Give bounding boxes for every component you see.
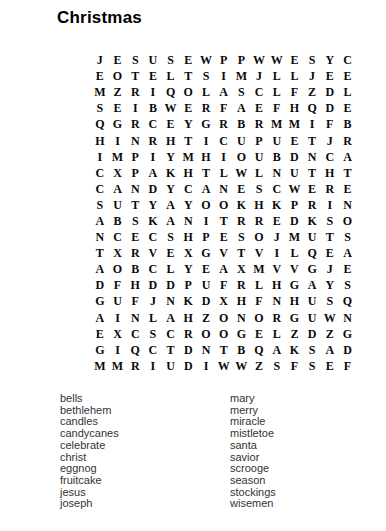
grid-cell-r7c4: I — [144, 149, 162, 165]
grid-cell-r10c3: T — [126, 197, 144, 213]
grid-cell-r10c7: O — [197, 197, 215, 213]
grid-cell-r13c12: L — [286, 245, 304, 261]
grid-cell-r6c11: U — [268, 132, 286, 148]
grid-cell-r12c5: S — [162, 229, 180, 245]
grid-cell-r18c11: L — [268, 326, 286, 342]
grid-cell-r4c13: Q — [303, 100, 321, 116]
grid-cell-r16c12: H — [286, 293, 304, 309]
grid-cell-r13c2: X — [109, 245, 127, 261]
grid-cell-r8c9: W — [233, 165, 251, 181]
grid-cell-r4c10: E — [250, 100, 268, 116]
grid-cell-r11c5: A — [162, 213, 180, 229]
grid-cell-r17c6: H — [179, 310, 197, 326]
grid-cell-r9c4: D — [144, 181, 162, 197]
grid-cell-r9c7: A — [197, 181, 215, 197]
grid-cell-r11c1: A — [91, 213, 109, 229]
grid-cell-r19c8: T — [215, 342, 233, 358]
grid-cell-r17c8: O — [215, 310, 233, 326]
grid-cell-r14c9: X — [233, 261, 251, 277]
grid-cell-r7c9: O — [233, 149, 251, 165]
grid-cell-r4c1: S — [91, 100, 109, 116]
grid-cell-r14c7: E — [197, 261, 215, 277]
grid-cell-r19c15: D — [339, 342, 357, 358]
grid-cell-r18c7: O — [197, 326, 215, 342]
grid-cell-r14c15: E — [339, 261, 357, 277]
grid-cell-r3c7: L — [197, 84, 215, 100]
grid-cell-r19c5: T — [162, 342, 180, 358]
grid-cell-r2c11: L — [268, 68, 286, 84]
grid-cell-r4c11: F — [268, 100, 286, 116]
grid-cell-r8c3: P — [126, 165, 144, 181]
grid-cell-r7c8: I — [215, 149, 233, 165]
grid-cell-r14c2: O — [109, 261, 127, 277]
grid-cell-r7c5: Y — [162, 149, 180, 165]
grid-cell-r15c1: D — [91, 277, 109, 293]
grid-cell-r11c14: S — [321, 213, 339, 229]
grid-cell-r9c13: E — [303, 181, 321, 197]
grid-cell-r9c5: Y — [162, 181, 180, 197]
grid-cell-r1c12: E — [286, 52, 304, 68]
grid-cell-r1c11: W — [268, 52, 286, 68]
grid-cell-r6c15: R — [339, 132, 357, 148]
grid-cell-r20c9: W — [233, 358, 251, 374]
grid-cell-r2c9: M — [233, 68, 251, 84]
grid-cell-r19c13: S — [303, 342, 321, 358]
grid-cell-r6c9: U — [233, 132, 251, 148]
grid-cell-r12c3: E — [126, 229, 144, 245]
grid-cell-r17c7: Z — [197, 310, 215, 326]
grid-cell-r11c11: E — [268, 213, 286, 229]
grid-cell-r7c7: H — [197, 149, 215, 165]
grid-cell-r6c1: H — [91, 132, 109, 148]
grid-cell-r11c13: K — [303, 213, 321, 229]
grid-cell-r12c7: P — [197, 229, 215, 245]
grid-cell-r6c6: T — [179, 132, 197, 148]
grid-cell-r17c1: A — [91, 310, 109, 326]
grid-cell-r13c10: V — [250, 245, 268, 261]
grid-cell-r2c1: E — [91, 68, 109, 84]
grid-cell-r20c6: D — [179, 358, 197, 374]
grid-cell-r3c15: L — [339, 84, 357, 100]
grid-cell-r16c1: G — [91, 293, 109, 309]
grid-cell-r3c3: R — [126, 84, 144, 100]
grid-cell-r2c3: T — [126, 68, 144, 84]
grid-cell-r6c7: I — [197, 132, 215, 148]
grid-cell-r12c1: N — [91, 229, 109, 245]
grid-cell-r1c2: E — [109, 52, 127, 68]
grid-cell-r5c14: F — [321, 116, 339, 132]
grid-cell-r7c10: U — [250, 149, 268, 165]
grid-cell-r9c12: W — [286, 181, 304, 197]
grid-cell-r12c12: M — [286, 229, 304, 245]
grid-cell-r5c5: E — [162, 116, 180, 132]
grid-cell-r2c10: J — [250, 68, 268, 84]
word-item-bells: bells — [60, 393, 119, 405]
grid-cell-r6c8: C — [215, 132, 233, 148]
grid-cell-r5c9: B — [233, 116, 251, 132]
grid-cell-r7c1: I — [91, 149, 109, 165]
grid-cell-r7c11: B — [268, 149, 286, 165]
grid-cell-r13c14: E — [321, 245, 339, 261]
grid-cell-r11c12: D — [286, 213, 304, 229]
grid-cell-r8c12: U — [286, 165, 304, 181]
grid-cell-r10c15: N — [339, 197, 357, 213]
grid-cell-r10c12: P — [286, 197, 304, 213]
grid-cell-r2c8: I — [215, 68, 233, 84]
grid-cell-r7c2: M — [109, 149, 127, 165]
grid-cell-r16c10: F — [250, 293, 268, 309]
grid-cell-r4c5: W — [162, 100, 180, 116]
grid-cell-r19c1: G — [91, 342, 109, 358]
grid-cell-r5c1: Q — [91, 116, 109, 132]
grid-cell-r18c5: C — [162, 326, 180, 342]
grid-cell-r11c15: O — [339, 213, 357, 229]
grid-cell-r6c3: N — [126, 132, 144, 148]
grid-cell-r16c13: U — [303, 293, 321, 309]
grid-cell-r9c3: N — [126, 181, 144, 197]
word-item-wisemen: wisemen — [230, 498, 276, 510]
grid-cell-r6c10: P — [250, 132, 268, 148]
grid-cell-r15c14: Y — [321, 277, 339, 293]
grid-cell-r2c15: E — [339, 68, 357, 84]
grid-cell-r20c3: R — [126, 358, 144, 374]
grid-cell-r15c11: H — [268, 277, 286, 293]
grid-cell-r15c2: F — [109, 277, 127, 293]
grid-cell-r12c14: T — [321, 229, 339, 245]
grid-cell-r20c5: U — [162, 358, 180, 374]
grid-cell-r2c13: J — [303, 68, 321, 84]
grid-cell-r14c1: A — [91, 261, 109, 277]
grid-cell-r1c8: P — [215, 52, 233, 68]
grid-cell-r11c7: I — [197, 213, 215, 229]
grid-cell-r9c9: E — [233, 181, 251, 197]
grid-cell-r13c13: Q — [303, 245, 321, 261]
grid-cell-r4c3: I — [126, 100, 144, 116]
grid-cell-r20c8: W — [215, 358, 233, 374]
grid-cell-r17c14: W — [321, 310, 339, 326]
grid-cell-r8c10: L — [250, 165, 268, 181]
grid-cell-r3c8: A — [215, 84, 233, 100]
grid-cell-r3c13: Z — [303, 84, 321, 100]
word-item-santa: santa — [230, 440, 276, 452]
grid-cell-r10c9: K — [233, 197, 251, 213]
grid-cell-r8c7: T — [197, 165, 215, 181]
grid-cell-r15c9: R — [233, 277, 251, 293]
grid-cell-r20c14: E — [321, 358, 339, 374]
word-item-mary: mary — [230, 393, 276, 405]
grid-cell-r5c6: Y — [179, 116, 197, 132]
grid-cell-r17c5: A — [162, 310, 180, 326]
grid-cell-r1c6: E — [179, 52, 197, 68]
grid-cell-r8c8: L — [215, 165, 233, 181]
grid-cell-r14c14: J — [321, 261, 339, 277]
grid-cell-r19c14: A — [321, 342, 339, 358]
grid-cell-r16c4: J — [144, 293, 162, 309]
grid-cell-r3c1: M — [91, 84, 109, 100]
grid-cell-r10c13: R — [303, 197, 321, 213]
word-item-joseph: joseph — [60, 498, 119, 510]
grid-cell-r7c12: D — [286, 149, 304, 165]
grid-cell-r18c8: O — [215, 326, 233, 342]
grid-cell-r16c9: H — [233, 293, 251, 309]
grid-cell-r20c10: Z — [250, 358, 268, 374]
grid-cell-r20c7: I — [197, 358, 215, 374]
grid-cell-r15c5: D — [162, 277, 180, 293]
grid-cell-r3c6: O — [179, 84, 197, 100]
puzzle-title: Christmas — [57, 8, 142, 28]
grid-cell-r8c13: T — [303, 165, 321, 181]
grid-cell-r14c4: C — [144, 261, 162, 277]
grid-cell-r13c4: V — [144, 245, 162, 261]
word-item-celebrate: celebrate — [60, 440, 119, 452]
grid-cell-r14c13: G — [303, 261, 321, 277]
grid-cell-r18c6: R — [179, 326, 197, 342]
grid-cell-r11c8: T — [215, 213, 233, 229]
grid-cell-r15c3: H — [126, 277, 144, 293]
grid-cell-r15c10: L — [250, 277, 268, 293]
grid-cell-r16c5: N — [162, 293, 180, 309]
grid-cell-r2c5: L — [162, 68, 180, 84]
grid-cell-r12c8: E — [215, 229, 233, 245]
grid-cell-r2c7: S — [197, 68, 215, 84]
grid-cell-r15c4: D — [144, 277, 162, 293]
grid-cell-r13c15: A — [339, 245, 357, 261]
grid-cell-r2c2: O — [109, 68, 127, 84]
grid-cell-r19c11: A — [268, 342, 286, 358]
grid-cell-r16c7: D — [197, 293, 215, 309]
grid-cell-r2c14: E — [321, 68, 339, 84]
grid-cell-r10c6: Y — [179, 197, 197, 213]
grid-cell-r20c11: S — [268, 358, 286, 374]
grid-cell-r2c4: E — [144, 68, 162, 84]
grid-cell-r20c1: M — [91, 358, 109, 374]
grid-cell-r16c8: X — [215, 293, 233, 309]
grid-cell-r5c3: R — [126, 116, 144, 132]
grid-cell-r17c3: N — [126, 310, 144, 326]
grid-cell-r12c11: J — [268, 229, 286, 245]
grid-cell-r20c15: F — [339, 358, 357, 374]
grid-cell-r11c3: S — [126, 213, 144, 229]
grid-cell-r13c3: R — [126, 245, 144, 261]
grid-cell-r17c10: O — [250, 310, 268, 326]
grid-cell-r4c14: D — [321, 100, 339, 116]
word-list-left: bellsbethlehemcandlescandycanescelebrate… — [60, 393, 119, 510]
grid-cell-r18c4: S — [144, 326, 162, 342]
grid-cell-r9c15: E — [339, 181, 357, 197]
grid-cell-r18c13: D — [303, 326, 321, 342]
grid-cell-r4c6: E — [179, 100, 197, 116]
grid-cell-r5c15: B — [339, 116, 357, 132]
grid-cell-r14c10: M — [250, 261, 268, 277]
grid-cell-r17c13: U — [303, 310, 321, 326]
grid-cell-r19c12: K — [286, 342, 304, 358]
grid-cell-r10c1: S — [91, 197, 109, 213]
word-item-fruitcake: fruitcake — [60, 475, 119, 487]
grid-cell-r3c4: I — [144, 84, 162, 100]
grid-cell-r3c5: Q — [162, 84, 180, 100]
grid-cell-r8c14: H — [321, 165, 339, 181]
grid-cell-r9c11: C — [268, 181, 286, 197]
grid-cell-r19c3: Q — [126, 342, 144, 358]
grid-cell-r6c4: R — [144, 132, 162, 148]
grid-cell-r4c15: E — [339, 100, 357, 116]
grid-cell-r18c12: Z — [286, 326, 304, 342]
grid-cell-r1c4: U — [144, 52, 162, 68]
grid-cell-r3c10: C — [250, 84, 268, 100]
grid-cell-r5c2: G — [109, 116, 127, 132]
grid-cell-r5c8: R — [215, 116, 233, 132]
grid-cell-r5c4: C — [144, 116, 162, 132]
grid-cell-r18c14: Z — [321, 326, 339, 342]
grid-cell-r10c10: H — [250, 197, 268, 213]
grid-cell-r2c12: L — [286, 68, 304, 84]
grid-cell-r10c5: A — [162, 197, 180, 213]
grid-cell-r11c2: B — [109, 213, 127, 229]
grid-cell-r6c5: H — [162, 132, 180, 148]
grid-cell-r1c10: W — [250, 52, 268, 68]
word-search-grid: JESUSEWPPWWESYCEOTELTSIMJLLJEEMZRIQOLASC… — [91, 52, 356, 374]
grid-cell-r1c7: W — [197, 52, 215, 68]
grid-cell-r7c13: N — [303, 149, 321, 165]
grid-cell-r8c11: N — [268, 165, 286, 181]
grid-cell-r14c11: V — [268, 261, 286, 277]
grid-cell-r6c14: J — [321, 132, 339, 148]
grid-cell-r11c4: K — [144, 213, 162, 229]
word-list-right: marymerrymiraclemistletoesantasaviorscro… — [230, 393, 276, 510]
grid-cell-r18c9: G — [233, 326, 251, 342]
grid-cell-r12c10: O — [250, 229, 268, 245]
grid-cell-r7c15: A — [339, 149, 357, 165]
grid-cell-r10c8: O — [215, 197, 233, 213]
grid-cell-r17c2: I — [109, 310, 127, 326]
grid-cell-r20c12: F — [286, 358, 304, 374]
grid-cell-r17c9: N — [233, 310, 251, 326]
grid-cell-r16c14: S — [321, 293, 339, 309]
grid-cell-r12c2: C — [109, 229, 127, 245]
grid-cell-r15c6: P — [179, 277, 197, 293]
grid-cell-r18c15: G — [339, 326, 357, 342]
grid-cell-r3c9: S — [233, 84, 251, 100]
grid-cell-r4c7: R — [197, 100, 215, 116]
grid-cell-r4c2: E — [109, 100, 127, 116]
grid-cell-r7c6: M — [179, 149, 197, 165]
grid-cell-r1c15: C — [339, 52, 357, 68]
grid-cell-r19c9: B — [233, 342, 251, 358]
grid-cell-r14c5: L — [162, 261, 180, 277]
grid-cell-r15c8: F — [215, 277, 233, 293]
grid-cell-r4c4: B — [144, 100, 162, 116]
grid-cell-r5c10: R — [250, 116, 268, 132]
grid-cell-r6c2: I — [109, 132, 127, 148]
grid-cell-r19c6: D — [179, 342, 197, 358]
grid-cell-r12c9: S — [233, 229, 251, 245]
grid-cell-r17c4: L — [144, 310, 162, 326]
grid-cell-r9c6: C — [179, 181, 197, 197]
grid-cell-r10c11: K — [268, 197, 286, 213]
grid-cell-r12c15: S — [339, 229, 357, 245]
grid-cell-r16c15: Q — [339, 293, 357, 309]
grid-cell-r16c2: U — [109, 293, 127, 309]
grid-cell-r12c4: C — [144, 229, 162, 245]
word-item-season: season — [230, 475, 276, 487]
grid-cell-r20c2: M — [109, 358, 127, 374]
grid-cell-r17c11: R — [268, 310, 286, 326]
grid-cell-r4c9: A — [233, 100, 251, 116]
grid-cell-r18c3: C — [126, 326, 144, 342]
grid-cell-r11c10: R — [250, 213, 268, 229]
grid-cell-r18c10: E — [250, 326, 268, 342]
grid-cell-r4c12: H — [286, 100, 304, 116]
grid-cell-r7c3: P — [126, 149, 144, 165]
grid-cell-r8c1: C — [91, 165, 109, 181]
grid-cell-r15c15: S — [339, 277, 357, 293]
grid-cell-r6c13: T — [303, 132, 321, 148]
grid-cell-r3c12: F — [286, 84, 304, 100]
grid-cell-r20c4: I — [144, 358, 162, 374]
grid-cell-r7c14: C — [321, 149, 339, 165]
grid-cell-r11c9: R — [233, 213, 251, 229]
grid-cell-r1c5: S — [162, 52, 180, 68]
grid-cell-r6c12: E — [286, 132, 304, 148]
grid-cell-r1c1: J — [91, 52, 109, 68]
grid-cell-r13c9: T — [233, 245, 251, 261]
grid-cell-r8c4: A — [144, 165, 162, 181]
grid-cell-r1c3: S — [126, 52, 144, 68]
grid-cell-r2c6: T — [179, 68, 197, 84]
grid-cell-r19c7: N — [197, 342, 215, 358]
grid-cell-r13c11: I — [268, 245, 286, 261]
grid-cell-r3c14: D — [321, 84, 339, 100]
grid-cell-r19c4: C — [144, 342, 162, 358]
grid-cell-r15c13: A — [303, 277, 321, 293]
grid-cell-r9c14: R — [321, 181, 339, 197]
grid-cell-r14c6: Y — [179, 261, 197, 277]
grid-cell-r9c1: C — [91, 181, 109, 197]
grid-cell-r18c1: E — [91, 326, 109, 342]
grid-cell-r10c4: Y — [144, 197, 162, 213]
grid-cell-r9c2: A — [109, 181, 127, 197]
grid-cell-r11c6: N — [179, 213, 197, 229]
grid-cell-r9c10: S — [250, 181, 268, 197]
grid-cell-r5c11: M — [268, 116, 286, 132]
grid-cell-r16c11: N — [268, 293, 286, 309]
grid-cell-r14c12: V — [286, 261, 304, 277]
grid-cell-r8c6: H — [179, 165, 197, 181]
grid-cell-r1c14: Y — [321, 52, 339, 68]
grid-cell-r15c7: U — [197, 277, 215, 293]
grid-cell-r5c13: I — [303, 116, 321, 132]
grid-cell-r10c14: I — [321, 197, 339, 213]
grid-cell-r13c6: X — [179, 245, 197, 261]
grid-cell-r13c7: G — [197, 245, 215, 261]
grid-cell-r9c8: N — [215, 181, 233, 197]
grid-cell-r5c7: G — [197, 116, 215, 132]
grid-cell-r17c15: N — [339, 310, 357, 326]
grid-cell-r18c2: X — [109, 326, 127, 342]
grid-cell-r12c13: U — [303, 229, 321, 245]
grid-cell-r10c2: U — [109, 197, 127, 213]
grid-cell-r16c6: K — [179, 293, 197, 309]
grid-cell-r3c2: Z — [109, 84, 127, 100]
grid-cell-r4c8: F — [215, 100, 233, 116]
grid-cell-r1c13: S — [303, 52, 321, 68]
grid-cell-r13c5: E — [162, 245, 180, 261]
grid-cell-r14c3: B — [126, 261, 144, 277]
grid-cell-r20c13: S — [303, 358, 321, 374]
grid-cell-r12c6: H — [179, 229, 197, 245]
grid-cell-r19c2: I — [109, 342, 127, 358]
grid-cell-r16c3: F — [126, 293, 144, 309]
